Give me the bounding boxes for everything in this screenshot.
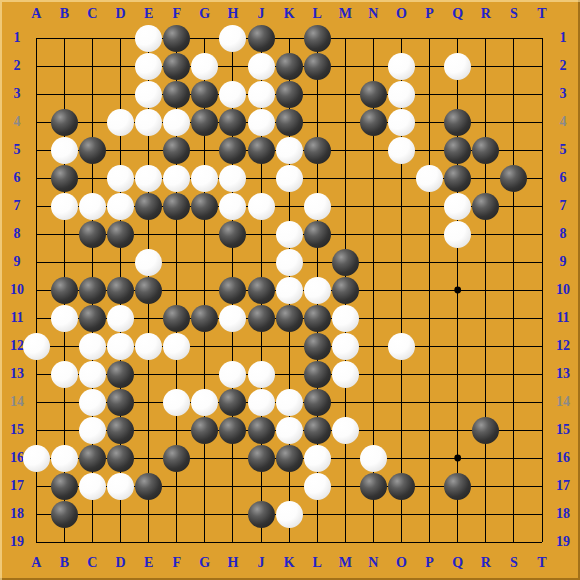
stone-white-D4[interactable] bbox=[107, 109, 134, 136]
stone-white-E3[interactable] bbox=[135, 81, 162, 108]
stone-white-D7[interactable] bbox=[107, 193, 134, 220]
stone-black-L8[interactable] bbox=[304, 221, 331, 248]
row-label-left-17: 17 bbox=[10, 479, 24, 493]
row-label-right-19: 19 bbox=[556, 535, 570, 549]
stone-white-C15[interactable] bbox=[79, 417, 106, 444]
go-board: AABBCCDDEEFFGGHHJJKKLLMMNNOOPPQQRRSSTT11… bbox=[0, 0, 580, 580]
row-label-left-19: 19 bbox=[10, 535, 24, 549]
stone-black-L5[interactable] bbox=[304, 137, 331, 164]
stone-black-D15[interactable] bbox=[107, 417, 134, 444]
stone-white-B16[interactable] bbox=[51, 445, 78, 472]
row-label-left-7: 7 bbox=[14, 199, 21, 213]
row-label-left-11: 11 bbox=[10, 311, 23, 325]
stone-white-D6[interactable] bbox=[107, 165, 134, 192]
row-label-left-9: 9 bbox=[14, 255, 21, 269]
col-label-bottom-D: D bbox=[115, 556, 125, 570]
stone-black-O17[interactable] bbox=[388, 473, 415, 500]
col-label-bottom-P: P bbox=[425, 556, 434, 570]
col-label-bottom-Q: Q bbox=[452, 556, 463, 570]
row-label-right-5: 5 bbox=[560, 143, 567, 157]
stone-black-C10[interactable] bbox=[79, 277, 106, 304]
col-label-top-N: N bbox=[368, 7, 378, 21]
stone-black-C5[interactable] bbox=[79, 137, 106, 164]
stone-black-H10[interactable] bbox=[219, 277, 246, 304]
col-label-top-J: J bbox=[258, 7, 265, 21]
row-label-left-15: 15 bbox=[10, 423, 24, 437]
stone-white-O2[interactable] bbox=[388, 53, 415, 80]
col-label-top-T: T bbox=[537, 7, 546, 21]
stone-black-D16[interactable] bbox=[107, 445, 134, 472]
stone-white-E2[interactable] bbox=[135, 53, 162, 80]
stone-black-G11[interactable] bbox=[191, 305, 218, 332]
col-label-bottom-H: H bbox=[227, 556, 238, 570]
stone-black-M9[interactable] bbox=[332, 249, 359, 276]
col-label-bottom-F: F bbox=[172, 556, 181, 570]
stone-black-B18[interactable] bbox=[51, 501, 78, 528]
stone-black-C16[interactable] bbox=[79, 445, 106, 472]
stone-white-G14[interactable] bbox=[191, 389, 218, 416]
stone-white-H11[interactable] bbox=[219, 305, 246, 332]
col-label-bottom-M: M bbox=[339, 556, 352, 570]
star-point-Q16 bbox=[454, 455, 461, 462]
stone-black-D10[interactable] bbox=[107, 277, 134, 304]
stone-white-B11[interactable] bbox=[51, 305, 78, 332]
row-label-left-16: 16 bbox=[10, 451, 24, 465]
col-label-bottom-J: J bbox=[258, 556, 265, 570]
col-label-bottom-R: R bbox=[481, 556, 491, 570]
stone-black-R7[interactable] bbox=[472, 193, 499, 220]
col-label-top-R: R bbox=[481, 7, 491, 21]
row-label-left-10: 10 bbox=[10, 283, 24, 297]
stone-white-H6[interactable] bbox=[219, 165, 246, 192]
stone-white-C12[interactable] bbox=[79, 333, 106, 360]
stone-black-M10[interactable] bbox=[332, 277, 359, 304]
stone-black-J18[interactable] bbox=[248, 501, 275, 528]
stone-white-N16[interactable] bbox=[360, 445, 387, 472]
star-point-Q10 bbox=[454, 287, 461, 294]
row-label-right-7: 7 bbox=[560, 199, 567, 213]
col-label-top-G: G bbox=[199, 7, 210, 21]
row-label-right-1: 1 bbox=[560, 31, 567, 45]
stone-black-K11[interactable] bbox=[276, 305, 303, 332]
stone-black-F7[interactable] bbox=[163, 193, 190, 220]
row-label-left-6: 6 bbox=[14, 171, 21, 185]
stone-black-H15[interactable] bbox=[219, 417, 246, 444]
stone-white-D17[interactable] bbox=[107, 473, 134, 500]
row-label-right-15: 15 bbox=[556, 423, 570, 437]
stone-black-J15[interactable] bbox=[248, 417, 275, 444]
stone-black-Q17[interactable] bbox=[444, 473, 471, 500]
stone-white-F6[interactable] bbox=[163, 165, 190, 192]
stone-black-J5[interactable] bbox=[248, 137, 275, 164]
stone-white-M15[interactable] bbox=[332, 417, 359, 444]
stone-black-H5[interactable] bbox=[219, 137, 246, 164]
stone-white-B5[interactable] bbox=[51, 137, 78, 164]
stone-white-E1[interactable] bbox=[135, 25, 162, 52]
col-label-top-L: L bbox=[313, 7, 322, 21]
col-label-top-H: H bbox=[227, 7, 238, 21]
stone-white-H3[interactable] bbox=[219, 81, 246, 108]
col-label-bottom-B: B bbox=[60, 556, 69, 570]
row-label-right-11: 11 bbox=[556, 311, 569, 325]
stone-white-J2[interactable] bbox=[248, 53, 275, 80]
row-label-right-14: 14 bbox=[556, 395, 570, 409]
stone-white-M13[interactable] bbox=[332, 361, 359, 388]
stone-black-K16[interactable] bbox=[276, 445, 303, 472]
stone-black-L13[interactable] bbox=[304, 361, 331, 388]
stone-black-F2[interactable] bbox=[163, 53, 190, 80]
stone-white-L16[interactable] bbox=[304, 445, 331, 472]
stone-black-C11[interactable] bbox=[79, 305, 106, 332]
stone-white-H1[interactable] bbox=[219, 25, 246, 52]
stone-white-H7[interactable] bbox=[219, 193, 246, 220]
stone-black-H8[interactable] bbox=[219, 221, 246, 248]
stone-white-K9[interactable] bbox=[276, 249, 303, 276]
stone-white-O5[interactable] bbox=[388, 137, 415, 164]
stone-white-O3[interactable] bbox=[388, 81, 415, 108]
stone-black-G3[interactable] bbox=[191, 81, 218, 108]
col-label-top-S: S bbox=[510, 7, 518, 21]
col-label-bottom-K: K bbox=[284, 556, 295, 570]
stone-black-L12[interactable] bbox=[304, 333, 331, 360]
stone-white-K15[interactable] bbox=[276, 417, 303, 444]
row-label-right-6: 6 bbox=[560, 171, 567, 185]
stone-white-C13[interactable] bbox=[79, 361, 106, 388]
row-label-right-17: 17 bbox=[556, 479, 570, 493]
stone-white-J4[interactable] bbox=[248, 109, 275, 136]
stone-white-C7[interactable] bbox=[79, 193, 106, 220]
row-label-left-2: 2 bbox=[14, 59, 21, 73]
row-label-left-5: 5 bbox=[14, 143, 21, 157]
stone-black-R5[interactable] bbox=[472, 137, 499, 164]
stone-black-R15[interactable] bbox=[472, 417, 499, 444]
col-label-bottom-O: O bbox=[396, 556, 407, 570]
stone-black-L15[interactable] bbox=[304, 417, 331, 444]
stone-black-E7[interactable] bbox=[135, 193, 162, 220]
stone-black-F16[interactable] bbox=[163, 445, 190, 472]
stone-white-M12[interactable] bbox=[332, 333, 359, 360]
stone-white-C14[interactable] bbox=[79, 389, 106, 416]
row-label-right-13: 13 bbox=[556, 367, 570, 381]
stone-white-L17[interactable] bbox=[304, 473, 331, 500]
stone-black-D14[interactable] bbox=[107, 389, 134, 416]
stone-black-Q5[interactable] bbox=[444, 137, 471, 164]
stone-black-G7[interactable] bbox=[191, 193, 218, 220]
stone-white-D11[interactable] bbox=[107, 305, 134, 332]
stone-white-K14[interactable] bbox=[276, 389, 303, 416]
row-label-right-16: 16 bbox=[556, 451, 570, 465]
stone-black-K4[interactable] bbox=[276, 109, 303, 136]
stone-black-B4[interactable] bbox=[51, 109, 78, 136]
stone-black-L1[interactable] bbox=[304, 25, 331, 52]
stone-black-D8[interactable] bbox=[107, 221, 134, 248]
stone-white-G2[interactable] bbox=[191, 53, 218, 80]
row-label-left-1: 1 bbox=[14, 31, 21, 45]
row-label-left-4: 4 bbox=[14, 115, 21, 129]
col-label-bottom-G: G bbox=[199, 556, 210, 570]
col-label-top-M: M bbox=[339, 7, 352, 21]
stone-black-D13[interactable] bbox=[107, 361, 134, 388]
stone-black-J10[interactable] bbox=[248, 277, 275, 304]
stone-white-K8[interactable] bbox=[276, 221, 303, 248]
stone-black-Q6[interactable] bbox=[444, 165, 471, 192]
col-label-bottom-N: N bbox=[368, 556, 378, 570]
row-label-left-13: 13 bbox=[10, 367, 24, 381]
stone-white-J13[interactable] bbox=[248, 361, 275, 388]
col-label-bottom-A: A bbox=[31, 556, 41, 570]
stone-black-B6[interactable] bbox=[51, 165, 78, 192]
col-label-bottom-L: L bbox=[313, 556, 322, 570]
row-label-right-12: 12 bbox=[556, 339, 570, 353]
stone-black-C8[interactable] bbox=[79, 221, 106, 248]
stone-white-E6[interactable] bbox=[135, 165, 162, 192]
stone-black-F11[interactable] bbox=[163, 305, 190, 332]
row-label-left-18: 18 bbox=[10, 507, 24, 521]
stone-white-K10[interactable] bbox=[276, 277, 303, 304]
stone-white-A12[interactable] bbox=[23, 333, 50, 360]
stone-black-B17[interactable] bbox=[51, 473, 78, 500]
stone-white-Q7[interactable] bbox=[444, 193, 471, 220]
stone-white-E12[interactable] bbox=[135, 333, 162, 360]
stone-white-F14[interactable] bbox=[163, 389, 190, 416]
stone-black-K3[interactable] bbox=[276, 81, 303, 108]
col-label-bottom-C: C bbox=[87, 556, 97, 570]
col-label-top-K: K bbox=[284, 7, 295, 21]
stone-black-E10[interactable] bbox=[135, 277, 162, 304]
stone-white-H13[interactable] bbox=[219, 361, 246, 388]
stone-black-L14[interactable] bbox=[304, 389, 331, 416]
stone-white-E9[interactable] bbox=[135, 249, 162, 276]
col-label-top-O: O bbox=[396, 7, 407, 21]
stone-white-G6[interactable] bbox=[191, 165, 218, 192]
stone-black-Q4[interactable] bbox=[444, 109, 471, 136]
row-label-left-3: 3 bbox=[14, 87, 21, 101]
stone-black-J11[interactable] bbox=[248, 305, 275, 332]
stone-white-J7[interactable] bbox=[248, 193, 275, 220]
stone-white-B7[interactable] bbox=[51, 193, 78, 220]
col-label-top-C: C bbox=[87, 7, 97, 21]
col-label-bottom-E: E bbox=[144, 556, 153, 570]
stone-white-D12[interactable] bbox=[107, 333, 134, 360]
col-label-top-Q: Q bbox=[452, 7, 463, 21]
stone-white-B13[interactable] bbox=[51, 361, 78, 388]
row-label-right-4: 4 bbox=[560, 115, 567, 129]
row-label-left-12: 12 bbox=[10, 339, 24, 353]
col-label-bottom-T: T bbox=[537, 556, 546, 570]
stone-black-B10[interactable] bbox=[51, 277, 78, 304]
stone-white-C17[interactable] bbox=[79, 473, 106, 500]
stone-white-Q8[interactable] bbox=[444, 221, 471, 248]
stone-black-F5[interactable] bbox=[163, 137, 190, 164]
row-label-left-8: 8 bbox=[14, 227, 21, 241]
row-label-right-2: 2 bbox=[560, 59, 567, 73]
stone-black-G15[interactable] bbox=[191, 417, 218, 444]
stone-white-J3[interactable] bbox=[248, 81, 275, 108]
stone-black-L2[interactable] bbox=[304, 53, 331, 80]
stone-white-O12[interactable] bbox=[388, 333, 415, 360]
stone-black-H4[interactable] bbox=[219, 109, 246, 136]
stone-black-S6[interactable] bbox=[500, 165, 527, 192]
stone-white-P6[interactable] bbox=[416, 165, 443, 192]
stone-white-K6[interactable] bbox=[276, 165, 303, 192]
stone-black-N3[interactable] bbox=[360, 81, 387, 108]
col-label-top-P: P bbox=[425, 7, 434, 21]
stone-black-G4[interactable] bbox=[191, 109, 218, 136]
stone-white-K18[interactable] bbox=[276, 501, 303, 528]
row-label-left-14: 14 bbox=[10, 395, 24, 409]
stone-black-F3[interactable] bbox=[163, 81, 190, 108]
stone-black-F1[interactable] bbox=[163, 25, 190, 52]
col-label-top-B: B bbox=[60, 7, 69, 21]
stone-black-E17[interactable] bbox=[135, 473, 162, 500]
stone-black-K2[interactable] bbox=[276, 53, 303, 80]
row-label-right-18: 18 bbox=[556, 507, 570, 521]
row-label-right-3: 3 bbox=[560, 87, 567, 101]
stone-white-F12[interactable] bbox=[163, 333, 190, 360]
col-label-top-E: E bbox=[144, 7, 153, 21]
stone-white-F4[interactable] bbox=[163, 109, 190, 136]
stone-white-Q2[interactable] bbox=[444, 53, 471, 80]
stone-black-L11[interactable] bbox=[304, 305, 331, 332]
stone-white-E4[interactable] bbox=[135, 109, 162, 136]
stone-white-O4[interactable] bbox=[388, 109, 415, 136]
col-label-bottom-S: S bbox=[510, 556, 518, 570]
col-label-top-A: A bbox=[31, 7, 41, 21]
row-label-right-9: 9 bbox=[560, 255, 567, 269]
stone-white-L7[interactable] bbox=[304, 193, 331, 220]
col-label-top-F: F bbox=[172, 7, 181, 21]
stone-white-A16[interactable] bbox=[23, 445, 50, 472]
row-label-right-8: 8 bbox=[560, 227, 567, 241]
stone-white-J14[interactable] bbox=[248, 389, 275, 416]
col-label-top-D: D bbox=[115, 7, 125, 21]
stone-black-H14[interactable] bbox=[219, 389, 246, 416]
stone-white-K5[interactable] bbox=[276, 137, 303, 164]
stone-black-J1[interactable] bbox=[248, 25, 275, 52]
stone-black-J16[interactable] bbox=[248, 445, 275, 472]
stone-white-L10[interactable] bbox=[304, 277, 331, 304]
stone-black-N4[interactable] bbox=[360, 109, 387, 136]
row-label-right-10: 10 bbox=[556, 283, 570, 297]
stone-white-M11[interactable] bbox=[332, 305, 359, 332]
stone-black-N17[interactable] bbox=[360, 473, 387, 500]
